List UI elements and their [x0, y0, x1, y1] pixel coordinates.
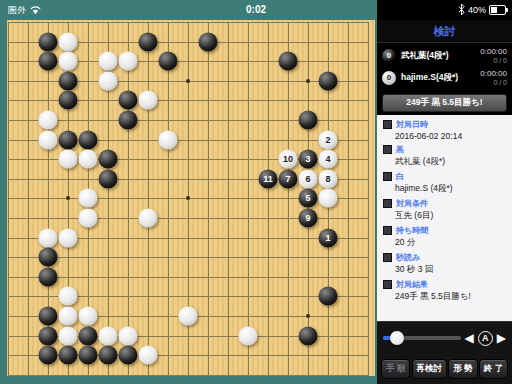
black-stone: [79, 130, 98, 149]
bullet-square-icon: [383, 253, 392, 262]
action-button-形勢[interactable]: 形 勢: [448, 359, 477, 379]
detail-label: 秒読み: [396, 252, 420, 263]
white-stone: [59, 287, 78, 306]
game-details-list: 対局日時2016-06-02 20:14黒武礼葉 (4段*)白hajime.S …: [377, 115, 512, 325]
white-stone: [59, 52, 78, 71]
white-stone: 8: [319, 169, 338, 188]
detail-item: 対局日時2016-06-02 20:14: [383, 119, 506, 141]
star-point: [186, 196, 190, 200]
player-list: 0武礼葉(4段*)0:00:000 / 00hajime.S(4段*)0:00:…: [377, 43, 512, 91]
white-stone: [179, 307, 198, 326]
star-point: [306, 314, 310, 318]
detail-item: 秒読み30 秒 3 回: [383, 252, 506, 276]
white-stone: [319, 189, 338, 208]
grid-line-vertical: [368, 22, 369, 375]
white-stone: 6: [299, 169, 318, 188]
black-stone: 1: [319, 228, 338, 247]
detail-label: 対局条件: [396, 198, 428, 209]
panel-title: 検討: [434, 24, 456, 39]
white-stone: 10: [279, 150, 298, 169]
detail-label: 対局結果: [396, 279, 428, 290]
grid-line-vertical: [208, 22, 209, 375]
star-point: [306, 79, 310, 83]
review-panel: 検討 0武礼葉(4段*)0:00:000 / 00hajime.S(4段*)0:…: [377, 20, 512, 384]
white-stone: [79, 209, 98, 228]
detail-value: 2016-06-02 20:14: [395, 131, 506, 141]
white-stone: 2: [319, 130, 338, 149]
white-stone-icon: 0: [382, 71, 396, 85]
auto-play-button[interactable]: A: [478, 331, 493, 346]
action-button-手順: 手 順: [381, 359, 410, 379]
detail-item: 白hajime.S (4段*): [383, 171, 506, 195]
detail-value: 互先 (6目): [395, 210, 506, 222]
bullet-square-icon: [383, 280, 392, 289]
black-stone: [279, 52, 298, 71]
white-stone: [59, 32, 78, 51]
action-button-再検討[interactable]: 再検討: [412, 359, 448, 379]
grid-line-horizontal: [8, 375, 369, 376]
black-stone: 7: [279, 169, 298, 188]
black-stone-icon: 0: [382, 49, 396, 63]
white-stone: [39, 111, 58, 130]
bullet-square-icon: [383, 120, 392, 129]
detail-value: 20 分: [395, 237, 506, 249]
white-stone: [139, 346, 158, 365]
black-stone: [99, 169, 118, 188]
black-stone: [299, 326, 318, 345]
detail-item: 持ち時間20 分: [383, 225, 506, 249]
black-stone: [159, 52, 178, 71]
white-stone: [99, 52, 118, 71]
white-stone: [139, 209, 158, 228]
player-row[interactable]: 0武礼葉(4段*)0:00:000 / 0: [377, 45, 512, 67]
grid-line-vertical: [268, 22, 269, 375]
bullet-square-icon: [383, 226, 392, 235]
white-stone: [39, 130, 58, 149]
black-stone: [39, 307, 58, 326]
white-stone: [99, 71, 118, 90]
white-stone: [139, 91, 158, 110]
detail-label: 対局日時: [396, 119, 428, 130]
black-stone: [119, 91, 138, 110]
black-stone: 11: [259, 169, 278, 188]
go-board[interactable]: 2103411768591: [7, 20, 375, 376]
black-stone: 5: [299, 189, 318, 208]
board-background: 2103411768591: [0, 20, 377, 384]
bullet-square-icon: [383, 172, 392, 181]
white-stone: [39, 228, 58, 247]
white-stone: [239, 326, 258, 345]
detail-value: 30 秒 3 回: [395, 264, 506, 276]
star-point: [186, 79, 190, 83]
detail-item: 黒武礼葉 (4段*): [383, 144, 506, 168]
player-row[interactable]: 0hajime.S(4段*)0:00:000 / 0: [377, 67, 512, 89]
black-stone: [119, 111, 138, 130]
black-stone: 3: [299, 150, 318, 169]
black-stone: [99, 150, 118, 169]
bullet-square-icon: [383, 145, 392, 154]
white-stone: [79, 307, 98, 326]
bullet-square-icon: [383, 199, 392, 208]
player-name: hajime.S(4段*): [401, 72, 475, 84]
white-stone: [59, 307, 78, 326]
detail-value: 249手 黒 5.5目勝ち!: [395, 291, 506, 303]
black-stone: [299, 111, 318, 130]
detail-value: 武礼葉 (4段*): [395, 156, 506, 168]
white-stone: [99, 326, 118, 345]
black-stone: [79, 346, 98, 365]
grid-line-vertical: [228, 22, 229, 375]
black-stone: [59, 346, 78, 365]
black-stone: [79, 326, 98, 345]
grid-line-horizontal: [8, 257, 369, 258]
black-stone: [99, 346, 118, 365]
white-stone: 4: [319, 150, 338, 169]
detail-label: 黒: [396, 144, 404, 155]
detail-item: 対局結果249手 黒 5.5目勝ち!: [383, 279, 506, 303]
black-stone: [39, 346, 58, 365]
detail-label: 白: [396, 171, 404, 182]
grid-line-horizontal: [8, 277, 369, 278]
black-stone: [319, 71, 338, 90]
black-stone: [59, 91, 78, 110]
white-stone: [59, 228, 78, 247]
white-stone: [159, 130, 178, 149]
action-button-終了[interactable]: 終 了: [479, 359, 508, 379]
white-stone: [119, 52, 138, 71]
status-bar: 圏外 0:02 40%: [0, 0, 512, 20]
white-stone: [79, 189, 98, 208]
black-stone: [199, 32, 218, 51]
detail-item: 対局条件互先 (6目): [383, 198, 506, 222]
slider-knob[interactable]: [390, 331, 404, 345]
move-slider[interactable]: [383, 336, 461, 340]
white-stone: [59, 150, 78, 169]
black-stone: [39, 267, 58, 286]
black-stone: [319, 287, 338, 306]
black-stone: [59, 71, 78, 90]
white-stone: [59, 326, 78, 345]
player-clock: 0:00:000 / 0: [480, 47, 507, 64]
black-stone: [59, 130, 78, 149]
black-stone: [39, 326, 58, 345]
playback-controls: ◀ A ▶ 手 順再検討形 勢終 了: [377, 321, 512, 384]
battery-percent-label: 40%: [468, 5, 486, 15]
panel-header: 検討: [377, 20, 512, 43]
player-name: 武礼葉(4段*): [401, 50, 475, 62]
grid-line-vertical: [348, 22, 349, 375]
grid-line-vertical: [248, 22, 249, 375]
star-point: [66, 196, 70, 200]
action-button-row: 手 順再検討形 勢終 了: [377, 359, 512, 379]
clock-label: 0:02: [0, 4, 512, 15]
next-move-button[interactable]: ▶: [497, 332, 506, 344]
detail-value: hajime.S (4段*): [395, 183, 506, 195]
black-stone: [139, 32, 158, 51]
black-stone: [39, 32, 58, 51]
black-stone: [119, 346, 138, 365]
prev-move-button[interactable]: ◀: [465, 332, 474, 344]
white-stone: [119, 326, 138, 345]
grid-line-vertical: [288, 22, 289, 375]
black-stone: 9: [299, 209, 318, 228]
result-banner: 249手 黒 5.5目勝ち!: [382, 94, 507, 112]
white-stone: [79, 150, 98, 169]
detail-label: 持ち時間: [396, 225, 428, 236]
bluetooth-icon: [458, 4, 465, 15]
black-stone: [39, 52, 58, 71]
black-stone: [39, 248, 58, 267]
battery-icon: [489, 5, 506, 15]
player-clock: 0:00:000 / 0: [480, 69, 507, 86]
